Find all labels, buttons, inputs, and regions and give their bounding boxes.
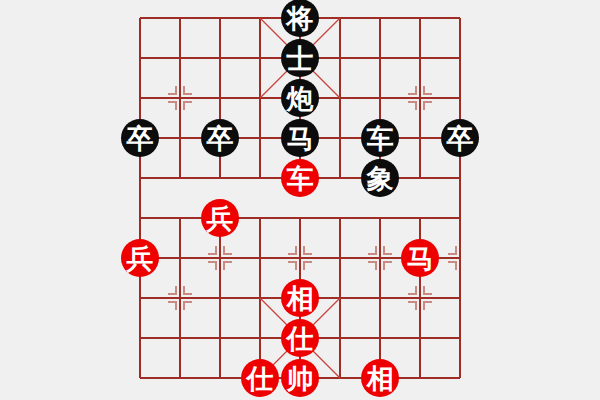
piece-red-elephant[interactable]: 相	[361, 359, 399, 397]
piece-black-elephant[interactable]: 象	[361, 159, 399, 197]
xiangqi-board[interactable]: 将士炮卒卒马车卒车象兵兵马相仕仕帅相	[0, 0, 600, 400]
piece-black-soldier[interactable]: 卒	[201, 119, 239, 157]
piece-red-soldier[interactable]: 兵	[201, 199, 239, 237]
piece-black-advisor[interactable]: 士	[281, 39, 319, 77]
piece-black-soldier[interactable]: 卒	[441, 119, 479, 157]
piece-black-horse[interactable]: 马	[281, 119, 319, 157]
piece-red-king[interactable]: 帅	[281, 359, 319, 397]
piece-red-chariot[interactable]: 车	[281, 159, 319, 197]
piece-black-general[interactable]: 将	[281, 0, 319, 37]
piece-black-soldier[interactable]: 卒	[121, 119, 159, 157]
piece-red-horse[interactable]: 马	[401, 239, 439, 277]
pieces-layer: 将士炮卒卒马车卒车象兵兵马相仕仕帅相	[0, 0, 600, 400]
piece-red-advisor[interactable]: 仕	[281, 319, 319, 357]
piece-red-elephant[interactable]: 相	[281, 279, 319, 317]
piece-black-chariot[interactable]: 车	[361, 119, 399, 157]
piece-black-cannon[interactable]: 炮	[281, 79, 319, 117]
xiangqi-app: 将士炮卒卒马车卒车象兵兵马相仕仕帅相	[0, 0, 600, 400]
piece-red-soldier[interactable]: 兵	[121, 239, 159, 277]
piece-red-advisor[interactable]: 仕	[241, 359, 279, 397]
